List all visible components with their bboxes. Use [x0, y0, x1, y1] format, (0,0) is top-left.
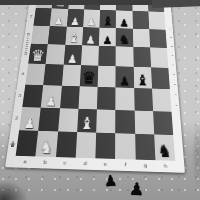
- square-b2: [38, 107, 59, 131]
- black-bishop-piece: ♝: [102, 15, 114, 28]
- captured-black-pawn: ♟: [103, 174, 117, 190]
- square-f5: [116, 46, 134, 66]
- square-g6: [133, 28, 150, 47]
- white-pawn-piece: ♟: [70, 16, 80, 27]
- captured-black-pawn: ♟: [129, 181, 145, 199]
- square-g5: [133, 47, 151, 67]
- square-g4: ♝: [133, 67, 151, 89]
- chess-board: ♚♟♟♟♝♟♝♟♟♞♛♟♛♟♝♟♟♝♞♞ abcdefgh 87654321 ♛: [5, 0, 185, 173]
- square-b1: ♞: [36, 131, 58, 157]
- file-label-a: a: [14, 157, 35, 167]
- square-e1: [95, 133, 115, 159]
- square-c2: [58, 108, 79, 132]
- white-knight-piece: ♞: [39, 139, 54, 157]
- square-h6: [149, 29, 167, 48]
- square-g2: [134, 110, 154, 134]
- white-bishop-piece: ♝: [80, 115, 94, 132]
- square-c3: [60, 86, 80, 109]
- square-a5: ♛: [28, 44, 48, 64]
- square-f1: [115, 133, 135, 159]
- right-edge-shade: [192, 120, 200, 190]
- square-d1: [75, 132, 96, 158]
- file-label-c: c: [55, 158, 76, 168]
- square-e2: [96, 109, 115, 133]
- black-pawn-piece: ♟: [119, 18, 129, 29]
- white-pawn-piece: ♟: [53, 16, 63, 27]
- white-pawn-piece: ♟: [23, 117, 36, 131]
- white-pawn-piece: ♟: [45, 94, 57, 107]
- crown-logo-icon: ♛: [8, 142, 17, 150]
- file-label-d: d: [75, 159, 95, 169]
- white-pawn-piece: ♟: [67, 53, 78, 65]
- white-pawn-piece: ♟: [86, 35, 96, 46]
- square-f7: ♟: [116, 10, 133, 28]
- black-pawn-piece: ♟: [120, 75, 130, 88]
- bottom-left-shadow: [0, 180, 28, 200]
- square-a7: [33, 8, 51, 26]
- square-b3: ♟: [41, 85, 62, 108]
- square-c7: ♟: [66, 9, 84, 27]
- square-d6: ♟: [82, 27, 100, 46]
- square-e7: ♝: [99, 10, 116, 28]
- square-d4: ♛: [80, 65, 99, 87]
- black-pawn-piece: ♟: [103, 35, 113, 46]
- file-label-e: e: [95, 159, 115, 169]
- square-f2: [115, 110, 134, 134]
- square-h7: [148, 11, 165, 29]
- file-label-h: h: [155, 161, 176, 171]
- file-label-g: g: [135, 160, 155, 170]
- square-h2: [153, 111, 173, 135]
- square-b5: [46, 44, 65, 64]
- square-e4: [98, 66, 116, 88]
- square-a4: [25, 64, 45, 85]
- square-f3: [116, 87, 135, 110]
- square-h4: [151, 67, 170, 89]
- file-label-b: b: [34, 157, 55, 167]
- black-knight-piece: ♞: [158, 143, 172, 161]
- square-g7: [132, 11, 149, 29]
- square-d2: ♝: [77, 108, 97, 132]
- square-d5: [81, 45, 99, 65]
- square-b4: [43, 64, 63, 85]
- black-knight-piece: ♞: [119, 34, 130, 47]
- square-d7: ♟: [83, 9, 100, 27]
- square-e5: [98, 46, 116, 66]
- chessboard-photo-scene: ♚♟♟♟♝♟♝♟♟♞♛♟♛♟♝♟♟♝♞♞ abcdefgh 87654321 ♛…: [0, 0, 200, 200]
- square-c6: ♝: [65, 26, 83, 45]
- square-g3: [134, 88, 153, 111]
- square-c5: ♟: [63, 45, 82, 65]
- square-b7: ♟: [50, 8, 68, 26]
- square-h3: [152, 88, 172, 111]
- square-g1: [135, 134, 155, 160]
- square-e6: ♟: [99, 27, 116, 46]
- file-label-f: f: [115, 160, 135, 170]
- square-h5: [150, 48, 168, 68]
- square-f6: ♞: [116, 28, 133, 47]
- white-pawn-piece: ♟: [86, 17, 96, 28]
- white-bishop-piece: ♝: [67, 32, 80, 46]
- square-c4: [61, 65, 80, 87]
- square-b6: [48, 26, 67, 45]
- square-c1: [55, 132, 76, 158]
- square-a6: [31, 25, 50, 44]
- board-grid: ♚♟♟♟♝♟♝♟♟♞♛♟♛♟♝♟♟♝♞♞: [16, 0, 175, 161]
- square-e3: [97, 87, 116, 110]
- square-d3: [78, 86, 97, 109]
- table-edge-dark-band-right: [152, 0, 200, 8]
- square-f4: ♟: [116, 66, 134, 88]
- square-h1: ♞: [154, 135, 175, 161]
- black-bishop-piece: ♝: [136, 73, 149, 88]
- white-queen-piece: ♛: [30, 48, 46, 64]
- black-queen-piece: ♛: [81, 69, 96, 86]
